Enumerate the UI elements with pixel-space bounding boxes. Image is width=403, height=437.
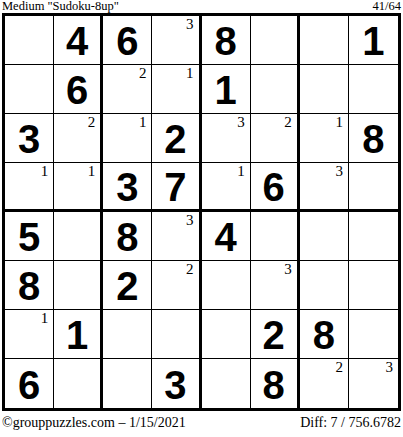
corner-mark: 1 bbox=[41, 164, 49, 179]
corner-mark: 3 bbox=[186, 17, 194, 32]
cell-r4c5[interactable]: 1 bbox=[202, 163, 251, 212]
cell-r5c6[interactable] bbox=[251, 212, 300, 261]
corner-mark: 3 bbox=[237, 115, 245, 130]
corner-mark: 1 bbox=[237, 164, 245, 179]
given-digit: 8 bbox=[251, 359, 297, 408]
corner-mark: 2 bbox=[284, 115, 292, 130]
cell-r8c5[interactable] bbox=[202, 359, 251, 408]
cell-r2c5[interactable]: 1 bbox=[202, 65, 251, 114]
cell-r7c7[interactable]: 8 bbox=[300, 310, 349, 359]
corner-mark: 1 bbox=[88, 164, 96, 179]
given-digit: 3 bbox=[152, 359, 198, 408]
cell-r6c3[interactable]: 2 bbox=[103, 261, 152, 310]
puzzle-title: Medium "Sudoku-8up" bbox=[2, 0, 119, 13]
cell-r2c3[interactable]: 2 bbox=[103, 65, 152, 114]
given-digit: 8 bbox=[202, 16, 250, 64]
given-digit: 8 bbox=[5, 261, 53, 309]
given-digit: 3 bbox=[5, 114, 53, 162]
cell-r5c2[interactable] bbox=[54, 212, 103, 261]
given-digit: 8 bbox=[300, 310, 348, 358]
cell-r1c1[interactable] bbox=[5, 16, 54, 65]
cell-r8c2[interactable] bbox=[54, 359, 103, 408]
cell-r7c2[interactable]: 1 bbox=[54, 310, 103, 359]
given-digit: 3 bbox=[103, 163, 151, 209]
given-digit: 6 bbox=[5, 359, 53, 408]
corner-mark: 2 bbox=[186, 262, 194, 277]
corner-mark: 2 bbox=[88, 115, 96, 130]
given-digit: 7 bbox=[152, 163, 198, 209]
cell-r4c3[interactable]: 3 bbox=[103, 163, 152, 212]
cell-r7c6[interactable]: 2 bbox=[251, 310, 300, 359]
cell-r1c6[interactable] bbox=[251, 16, 300, 65]
cell-r6c4[interactable]: 2 bbox=[152, 261, 201, 310]
cell-r1c4[interactable]: 3 bbox=[152, 16, 201, 65]
cell-r3c4[interactable]: 2 bbox=[152, 114, 201, 163]
corner-mark: 3 bbox=[186, 213, 194, 228]
corner-mark: 1 bbox=[186, 66, 194, 81]
cell-r4c6[interactable]: 6 bbox=[251, 163, 300, 212]
cell-r2c7[interactable] bbox=[300, 65, 349, 114]
cell-r3c1[interactable]: 3 bbox=[5, 114, 54, 163]
footer: ©grouppuzzles.com – 1/15/2021 Diff: 7 / … bbox=[2, 415, 401, 430]
given-digit: 4 bbox=[202, 212, 250, 260]
cell-r8c4[interactable]: 3 bbox=[152, 359, 201, 408]
cell-r4c4[interactable]: 7 bbox=[152, 163, 201, 212]
corner-mark: 2 bbox=[139, 66, 147, 81]
cell-r6c5[interactable] bbox=[202, 261, 251, 310]
sudoku-page: Medium "Sudoku-8up" 41/64 46381621132123… bbox=[0, 0, 403, 437]
cell-r2c2[interactable]: 6 bbox=[54, 65, 103, 114]
cell-r6c6[interactable]: 3 bbox=[251, 261, 300, 310]
cell-r4c8[interactable] bbox=[349, 163, 398, 212]
cell-r7c8[interactable] bbox=[349, 310, 398, 359]
cell-r1c2[interactable]: 4 bbox=[54, 16, 103, 65]
cell-r8c3[interactable] bbox=[103, 359, 152, 408]
cell-r3c5[interactable]: 3 bbox=[202, 114, 251, 163]
cell-r3c6[interactable]: 2 bbox=[251, 114, 300, 163]
cell-r7c5[interactable] bbox=[202, 310, 251, 359]
cell-r6c7[interactable] bbox=[300, 261, 349, 310]
cell-r2c6[interactable] bbox=[251, 65, 300, 114]
corner-mark: 2 bbox=[335, 360, 343, 375]
cell-r5c1[interactable]: 5 bbox=[5, 212, 54, 261]
cell-r4c2[interactable]: 1 bbox=[54, 163, 103, 212]
given-digit: 1 bbox=[54, 310, 100, 358]
cell-r5c3[interactable]: 8 bbox=[103, 212, 152, 261]
given-digit: 2 bbox=[103, 261, 151, 309]
cell-r2c4[interactable]: 1 bbox=[152, 65, 201, 114]
cell-r4c1[interactable]: 1 bbox=[5, 163, 54, 212]
cell-r8c8[interactable]: 3 bbox=[349, 359, 398, 408]
cell-r4c7[interactable]: 3 bbox=[300, 163, 349, 212]
given-digit: 8 bbox=[103, 212, 151, 260]
copyright-text: ©grouppuzzles.com – 1/15/2021 bbox=[2, 415, 186, 430]
corner-mark: 3 bbox=[335, 164, 343, 179]
given-digit: 6 bbox=[251, 163, 297, 209]
given-digit: 1 bbox=[349, 16, 398, 64]
cell-r2c1[interactable] bbox=[5, 65, 54, 114]
given-digit: 1 bbox=[202, 65, 250, 113]
cell-r6c8[interactable] bbox=[349, 261, 398, 310]
cell-r1c3[interactable]: 6 bbox=[103, 16, 152, 65]
cell-r6c1[interactable]: 8 bbox=[5, 261, 54, 310]
board: 4638162113212321811371635834822311286382… bbox=[2, 13, 401, 411]
cell-r3c8[interactable]: 8 bbox=[349, 114, 398, 163]
cell-r6c2[interactable] bbox=[54, 261, 103, 310]
corner-mark: 1 bbox=[41, 311, 49, 326]
cell-r7c4[interactable] bbox=[152, 310, 201, 359]
cell-r3c3[interactable]: 1 bbox=[103, 114, 152, 163]
given-digit: 5 bbox=[5, 212, 53, 260]
corner-mark: 1 bbox=[139, 115, 147, 130]
cell-r7c1[interactable]: 1 bbox=[5, 310, 54, 359]
cell-r8c1[interactable]: 6 bbox=[5, 359, 54, 408]
cell-r2c8[interactable] bbox=[349, 65, 398, 114]
header: Medium "Sudoku-8up" 41/64 bbox=[2, 0, 401, 13]
given-digit: 8 bbox=[349, 114, 398, 162]
given-digit: 4 bbox=[54, 16, 100, 64]
cell-r7c3[interactable] bbox=[103, 310, 152, 359]
given-digit: 2 bbox=[152, 114, 198, 162]
given-digit: 6 bbox=[54, 65, 100, 113]
cell-r3c7[interactable]: 1 bbox=[300, 114, 349, 163]
corner-mark: 3 bbox=[386, 360, 394, 375]
corner-mark: 1 bbox=[335, 115, 343, 130]
cell-r1c8[interactable]: 1 bbox=[349, 16, 398, 65]
puzzle-counter: 41/64 bbox=[373, 0, 401, 13]
cell-r3c2[interactable]: 2 bbox=[54, 114, 103, 163]
cell-r5c5[interactable]: 4 bbox=[202, 212, 251, 261]
cell-r8c7[interactable]: 2 bbox=[300, 359, 349, 408]
cell-r5c8[interactable] bbox=[349, 212, 398, 261]
cell-r1c5[interactable]: 8 bbox=[202, 16, 251, 65]
cell-r1c7[interactable] bbox=[300, 16, 349, 65]
given-digit: 6 bbox=[103, 16, 151, 64]
difficulty-text: Diff: 7 / 756.6782 bbox=[300, 415, 401, 430]
cell-r8c6[interactable]: 8 bbox=[251, 359, 300, 408]
cell-r5c4[interactable]: 3 bbox=[152, 212, 201, 261]
corner-mark: 3 bbox=[284, 262, 292, 277]
cell-r5c7[interactable] bbox=[300, 212, 349, 261]
given-digit: 2 bbox=[251, 310, 297, 358]
